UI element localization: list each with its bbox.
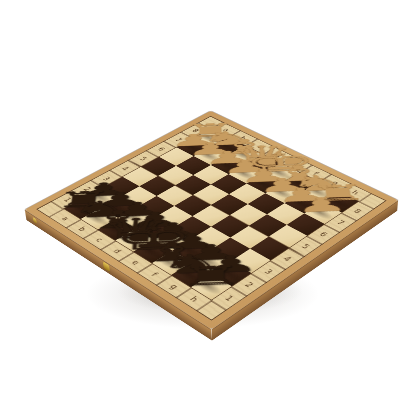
square-g5 [249,214,287,236]
brass-clasp-icon [103,261,110,272]
square-g3 [211,238,250,262]
square-g2 [192,250,231,274]
chess-set-photo: aa88bb77cc66dd55ee44ff33gg22hh11 ♜♞♝♛♚♝♞… [0,0,400,400]
brass-hinge-icon [33,217,37,224]
square-f4 [211,215,249,237]
square-f5 [230,204,267,226]
